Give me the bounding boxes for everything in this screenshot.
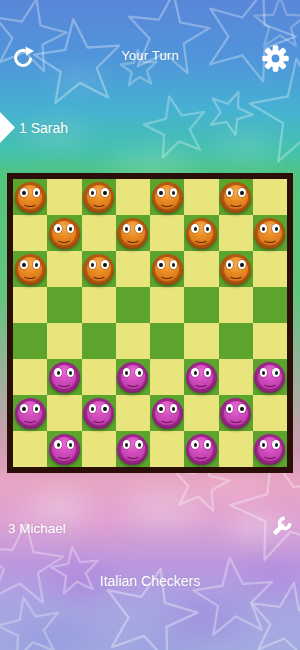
piece-eye xyxy=(89,260,97,269)
checker-magenta-man[interactable] xyxy=(152,398,183,429)
square-e8[interactable] xyxy=(150,179,184,215)
play-arrow-icon xyxy=(0,112,15,143)
piece-eye xyxy=(101,404,109,413)
piece-eye xyxy=(33,404,41,413)
piece-eye xyxy=(204,224,212,233)
piece-smile xyxy=(262,234,277,243)
piece-eye xyxy=(33,188,41,197)
piece-smile xyxy=(160,414,175,423)
square-g5[interactable] xyxy=(219,287,253,323)
piece-eye xyxy=(54,368,62,377)
square-e4[interactable] xyxy=(150,323,184,359)
square-g2[interactable] xyxy=(219,395,253,431)
square-a4[interactable] xyxy=(13,323,47,359)
square-f5[interactable] xyxy=(184,287,218,323)
square-h4[interactable] xyxy=(253,323,287,359)
piece-smile xyxy=(91,414,106,423)
piece-eye xyxy=(238,404,246,413)
piece-smile xyxy=(194,378,209,387)
square-h3[interactable] xyxy=(253,359,287,395)
square-c3[interactable] xyxy=(82,359,116,395)
app-title: Italian Checkers xyxy=(0,573,300,589)
square-f7[interactable] xyxy=(184,215,218,251)
square-f1[interactable] xyxy=(184,431,218,467)
piece-eye xyxy=(170,188,178,197)
square-h8[interactable] xyxy=(253,179,287,215)
checker-orange-man[interactable] xyxy=(152,254,183,285)
piece-eye xyxy=(272,440,280,449)
piece-eye xyxy=(226,260,234,269)
checker-orange-man[interactable] xyxy=(152,182,183,213)
checker-magenta-man[interactable] xyxy=(186,434,217,465)
piece-eye xyxy=(226,404,234,413)
piece-smile xyxy=(228,270,243,279)
square-b1[interactable] xyxy=(47,431,81,467)
wrench-icon xyxy=(270,515,293,538)
piece-smile xyxy=(57,234,72,243)
checker-orange-man[interactable] xyxy=(83,182,114,213)
watercolor-blotch xyxy=(198,120,293,175)
checker-orange-man[interactable] xyxy=(15,254,46,285)
piece-eye xyxy=(191,224,199,233)
piece-eye xyxy=(33,260,41,269)
board xyxy=(7,173,293,473)
watercolor-blotch xyxy=(188,468,283,510)
square-f3[interactable] xyxy=(184,359,218,395)
piece-eye xyxy=(135,368,143,377)
square-g3[interactable] xyxy=(219,359,253,395)
square-b4[interactable] xyxy=(47,323,81,359)
checker-orange-man[interactable] xyxy=(15,182,46,213)
square-h5[interactable] xyxy=(253,287,287,323)
piece-eye xyxy=(260,440,268,449)
settings-button[interactable] xyxy=(261,44,290,73)
square-e6[interactable] xyxy=(150,251,184,287)
checker-orange-man[interactable] xyxy=(186,218,217,249)
checker-magenta-man[interactable] xyxy=(186,362,217,393)
piece-eye xyxy=(54,224,62,233)
square-h2[interactable] xyxy=(253,395,287,431)
piece-eye xyxy=(191,440,199,449)
piece-eye xyxy=(89,188,97,197)
square-g4[interactable] xyxy=(219,323,253,359)
piece-eye xyxy=(123,368,131,377)
square-e5[interactable] xyxy=(150,287,184,323)
piece-eye xyxy=(101,260,109,269)
piece-smile xyxy=(23,414,38,423)
square-b5[interactable] xyxy=(47,287,81,323)
checker-magenta-man[interactable] xyxy=(117,434,148,465)
square-g6[interactable] xyxy=(219,251,253,287)
piece-smile xyxy=(125,378,140,387)
square-g7[interactable] xyxy=(219,215,253,251)
player-bottom-name: 3 Michael xyxy=(8,521,66,536)
piece-eye xyxy=(67,440,75,449)
checker-magenta-man[interactable] xyxy=(254,362,285,393)
square-b6[interactable] xyxy=(47,251,81,287)
square-c7[interactable] xyxy=(82,215,116,251)
square-h1[interactable] xyxy=(253,431,287,467)
square-d1[interactable] xyxy=(116,431,150,467)
square-b7[interactable] xyxy=(47,215,81,251)
square-d5[interactable] xyxy=(116,287,150,323)
piece-eye xyxy=(157,188,165,197)
checker-orange-man[interactable] xyxy=(254,218,285,249)
square-a1[interactable] xyxy=(13,431,47,467)
square-b2[interactable] xyxy=(47,395,81,431)
piece-eye xyxy=(157,404,165,413)
piece-smile xyxy=(125,234,140,243)
piece-eye xyxy=(123,440,131,449)
gear-icon xyxy=(261,44,290,73)
square-h7[interactable] xyxy=(253,215,287,251)
square-d8[interactable] xyxy=(116,179,150,215)
tools-button[interactable] xyxy=(270,515,293,539)
piece-eye xyxy=(204,440,212,449)
square-c1[interactable] xyxy=(82,431,116,467)
square-d2[interactable] xyxy=(116,395,150,431)
piece-smile xyxy=(228,414,243,423)
piece-smile xyxy=(160,198,175,207)
piece-eye xyxy=(238,188,246,197)
piece-smile xyxy=(194,450,209,459)
piece-smile xyxy=(262,378,277,387)
watercolor-blotch xyxy=(108,628,208,650)
piece-eye xyxy=(135,224,143,233)
square-e7[interactable] xyxy=(150,215,184,251)
app-screen: Your Turn 1 Sarah 3 Michael Italian Chec… xyxy=(0,0,300,650)
piece-eye xyxy=(272,368,280,377)
piece-eye xyxy=(226,188,234,197)
piece-smile xyxy=(262,450,277,459)
piece-smile xyxy=(228,198,243,207)
piece-eye xyxy=(101,188,109,197)
watercolor-blotch xyxy=(68,498,140,548)
piece-eye xyxy=(89,404,97,413)
piece-eye xyxy=(67,368,75,377)
checker-magenta-man[interactable] xyxy=(117,362,148,393)
square-d6[interactable] xyxy=(116,251,150,287)
square-a8[interactable] xyxy=(13,179,47,215)
piece-smile xyxy=(23,270,38,279)
piece-smile xyxy=(23,198,38,207)
piece-eye xyxy=(260,368,268,377)
square-f4[interactable] xyxy=(184,323,218,359)
piece-eye xyxy=(67,224,75,233)
square-c6[interactable] xyxy=(82,251,116,287)
square-h6[interactable] xyxy=(253,251,287,287)
watercolor-blotch xyxy=(100,472,225,542)
piece-eye xyxy=(54,440,62,449)
square-d3[interactable] xyxy=(116,359,150,395)
square-c5[interactable] xyxy=(82,287,116,323)
checker-orange-man[interactable] xyxy=(83,254,114,285)
checker-magenta-man[interactable] xyxy=(220,398,251,429)
checker-magenta-man[interactable] xyxy=(15,398,46,429)
piece-eye xyxy=(170,404,178,413)
piece-eye xyxy=(123,224,131,233)
square-g1[interactable] xyxy=(219,431,253,467)
piece-eye xyxy=(272,224,280,233)
square-e1[interactable] xyxy=(150,431,184,467)
piece-smile xyxy=(125,450,140,459)
piece-eye xyxy=(191,368,199,377)
square-d7[interactable] xyxy=(116,215,150,251)
piece-smile xyxy=(57,378,72,387)
checker-magenta-man[interactable] xyxy=(254,434,285,465)
checker-magenta-man[interactable] xyxy=(49,362,80,393)
checker-orange-man[interactable] xyxy=(220,182,251,213)
checker-magenta-man[interactable] xyxy=(83,398,114,429)
square-a2[interactable] xyxy=(13,395,47,431)
piece-eye xyxy=(20,188,28,197)
piece-eye xyxy=(20,260,28,269)
square-f8[interactable] xyxy=(184,179,218,215)
square-a3[interactable] xyxy=(13,359,47,395)
watercolor-blotch xyxy=(148,582,263,650)
square-f2[interactable] xyxy=(184,395,218,431)
turn-status-text: Your Turn xyxy=(0,48,300,63)
square-b3[interactable] xyxy=(47,359,81,395)
piece-smile xyxy=(57,450,72,459)
square-g8[interactable] xyxy=(219,179,253,215)
piece-eye xyxy=(20,404,28,413)
piece-eye xyxy=(204,368,212,377)
piece-smile xyxy=(91,198,106,207)
square-b8[interactable] xyxy=(47,179,81,215)
piece-eye xyxy=(157,260,165,269)
checker-orange-man[interactable] xyxy=(220,254,251,285)
checker-orange-man[interactable] xyxy=(117,218,148,249)
piece-eye xyxy=(170,260,178,269)
square-a6[interactable] xyxy=(13,251,47,287)
piece-eye xyxy=(260,224,268,233)
player-top-name: 1 Sarah xyxy=(19,120,68,136)
piece-eye xyxy=(135,440,143,449)
watercolor-blotch xyxy=(0,608,120,650)
piece-eye xyxy=(238,260,246,269)
piece-smile xyxy=(194,234,209,243)
piece-smile xyxy=(160,270,175,279)
square-e3[interactable] xyxy=(150,359,184,395)
square-a5[interactable] xyxy=(13,287,47,323)
square-c8[interactable] xyxy=(82,179,116,215)
square-f6[interactable] xyxy=(184,251,218,287)
checker-magenta-man[interactable] xyxy=(49,434,80,465)
checker-orange-man[interactable] xyxy=(49,218,80,249)
square-e2[interactable] xyxy=(150,395,184,431)
square-c4[interactable] xyxy=(82,323,116,359)
square-a7[interactable] xyxy=(13,215,47,251)
square-d4[interactable] xyxy=(116,323,150,359)
watercolor-blotch xyxy=(40,58,115,98)
square-c2[interactable] xyxy=(82,395,116,431)
piece-smile xyxy=(91,270,106,279)
